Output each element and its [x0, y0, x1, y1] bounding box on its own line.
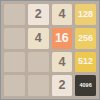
tile-128-r0c3: 128 [75, 4, 96, 25]
empty-cell-r2c1 [28, 52, 49, 73]
tile-4-r0c2: 4 [52, 4, 73, 25]
game-2048-window: 24128416256451224096 [0, 0, 100, 100]
tile-4-r1c1: 4 [28, 28, 49, 49]
empty-cell-r1c0 [4, 28, 25, 49]
tile-4096-r3c3: 4096 [75, 75, 96, 96]
tile-4-r2c2: 4 [52, 52, 73, 73]
tile-256-r1c3: 256 [75, 28, 96, 49]
tile-2-r0c1: 2 [28, 4, 49, 25]
tile-16-r1c2: 16 [52, 28, 73, 49]
empty-cell-r3c0 [4, 75, 25, 96]
board-2048[interactable]: 24128416256451224096 [1, 1, 99, 99]
empty-cell-r2c0 [4, 52, 25, 73]
tile-2-r3c2: 2 [52, 75, 73, 96]
tile-512-r2c3: 512 [75, 52, 96, 73]
empty-cell-r0c0 [4, 4, 25, 25]
empty-cell-r3c1 [28, 75, 49, 96]
